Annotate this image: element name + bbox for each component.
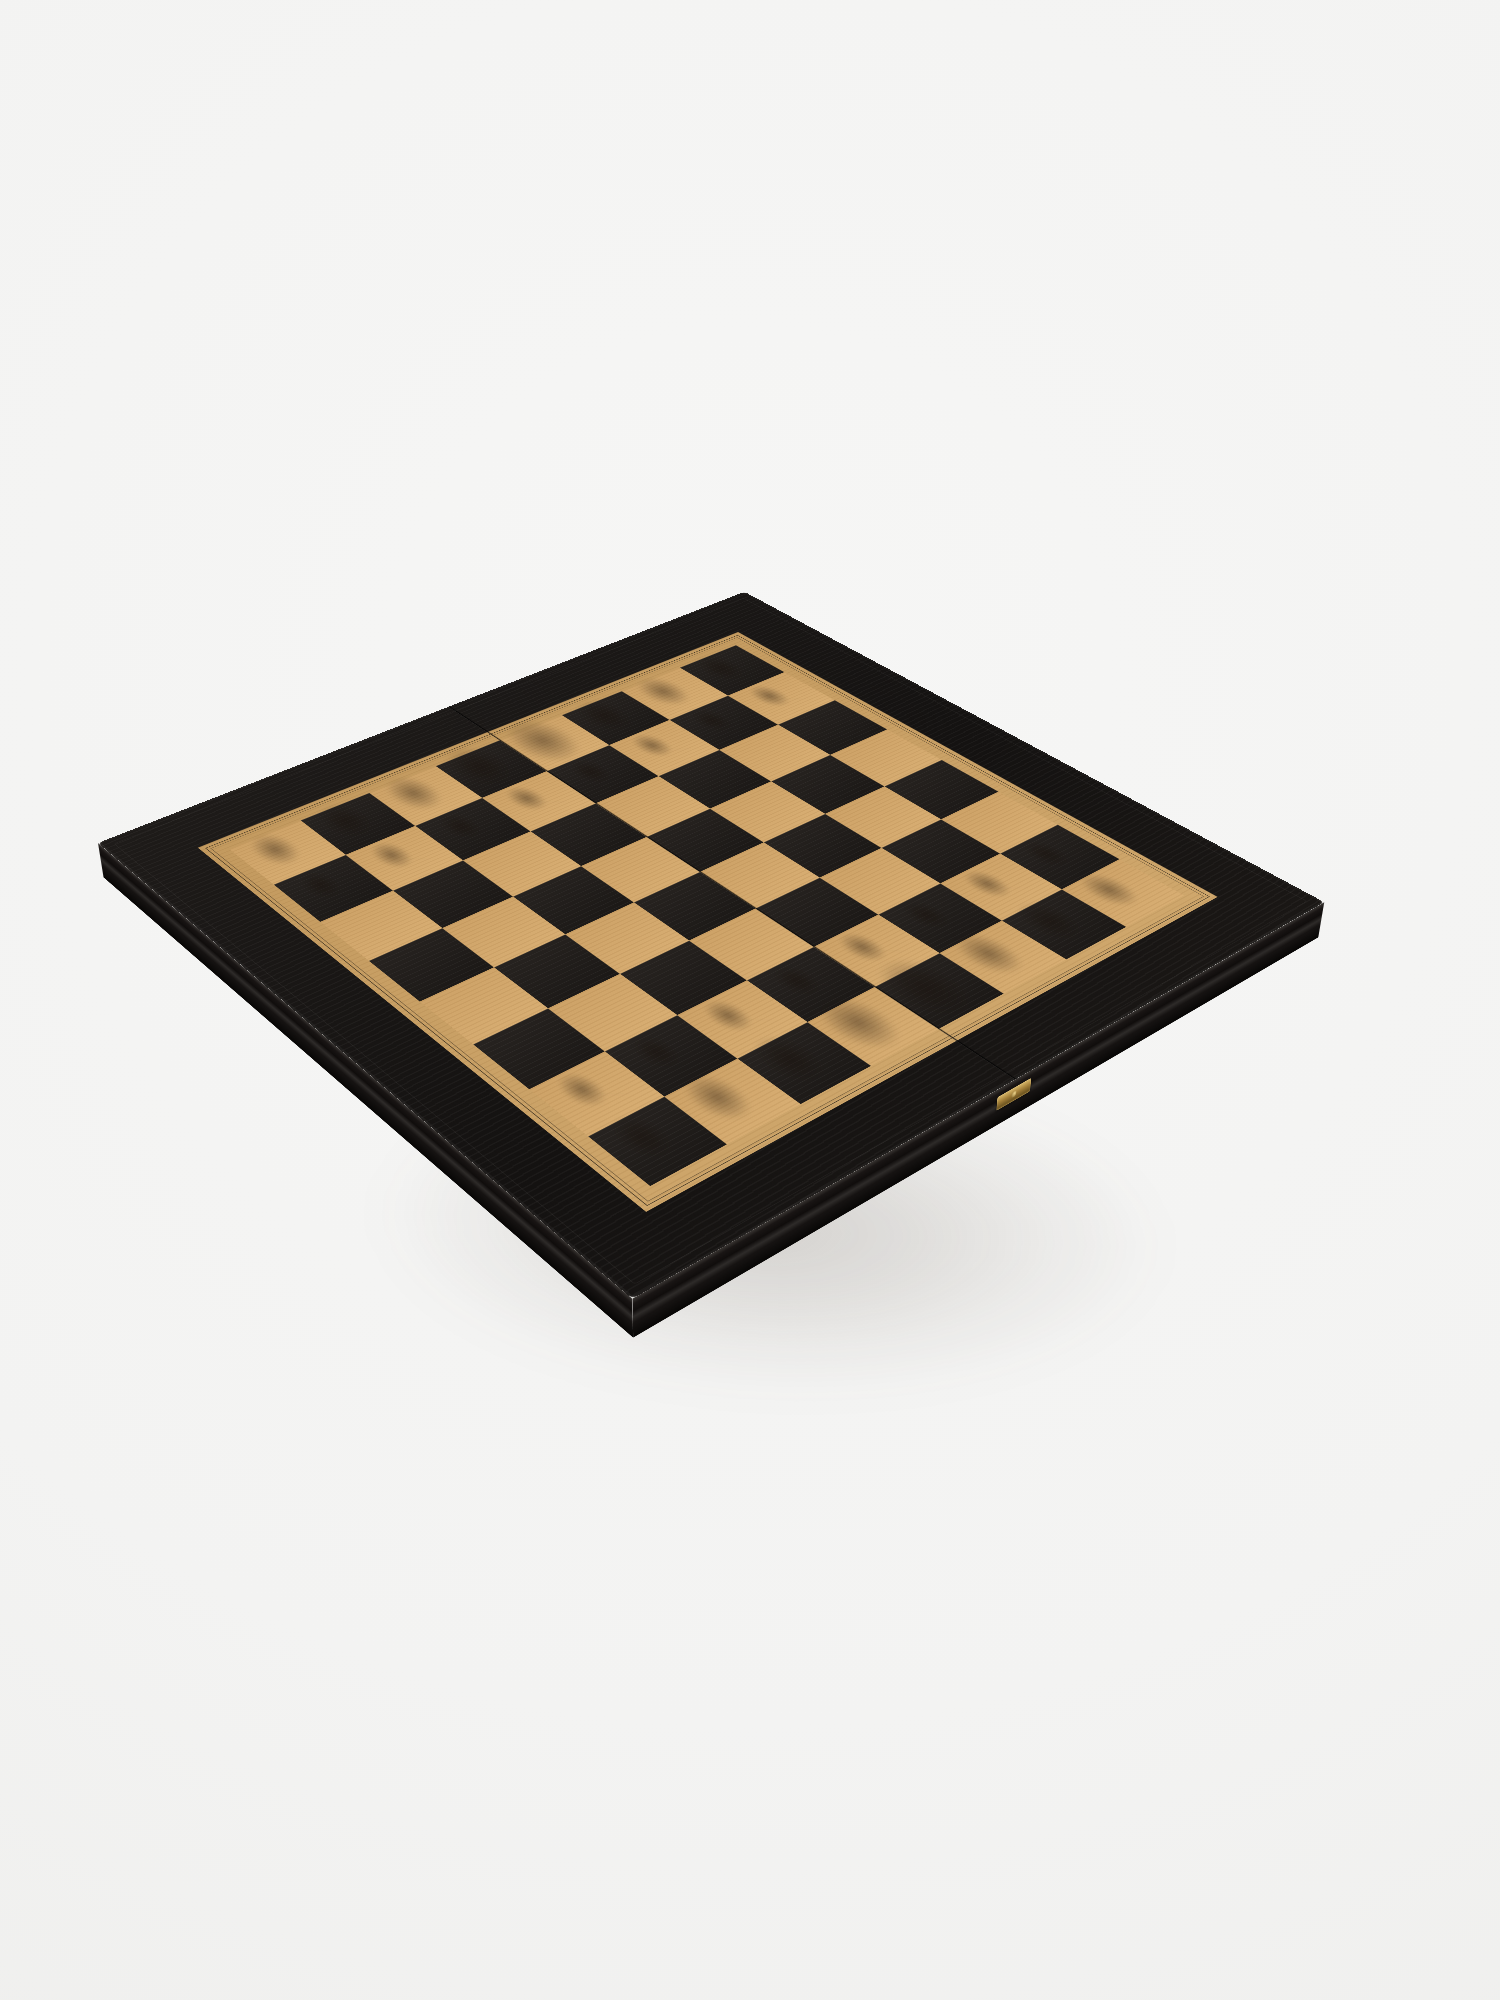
white-rook-icon: ♜ (596, 1016, 718, 1145)
brass-clasp-icon (996, 1078, 1031, 1111)
black-pawn-icon: ♟ (290, 799, 377, 891)
product-photo: ♜♞♝♛♚♝♞♜♟♟♟♟♟♟♟♟♜♞♝♛♚♝♞♜♟♟♟♟♟♟♟♟ (0, 0, 1500, 2000)
